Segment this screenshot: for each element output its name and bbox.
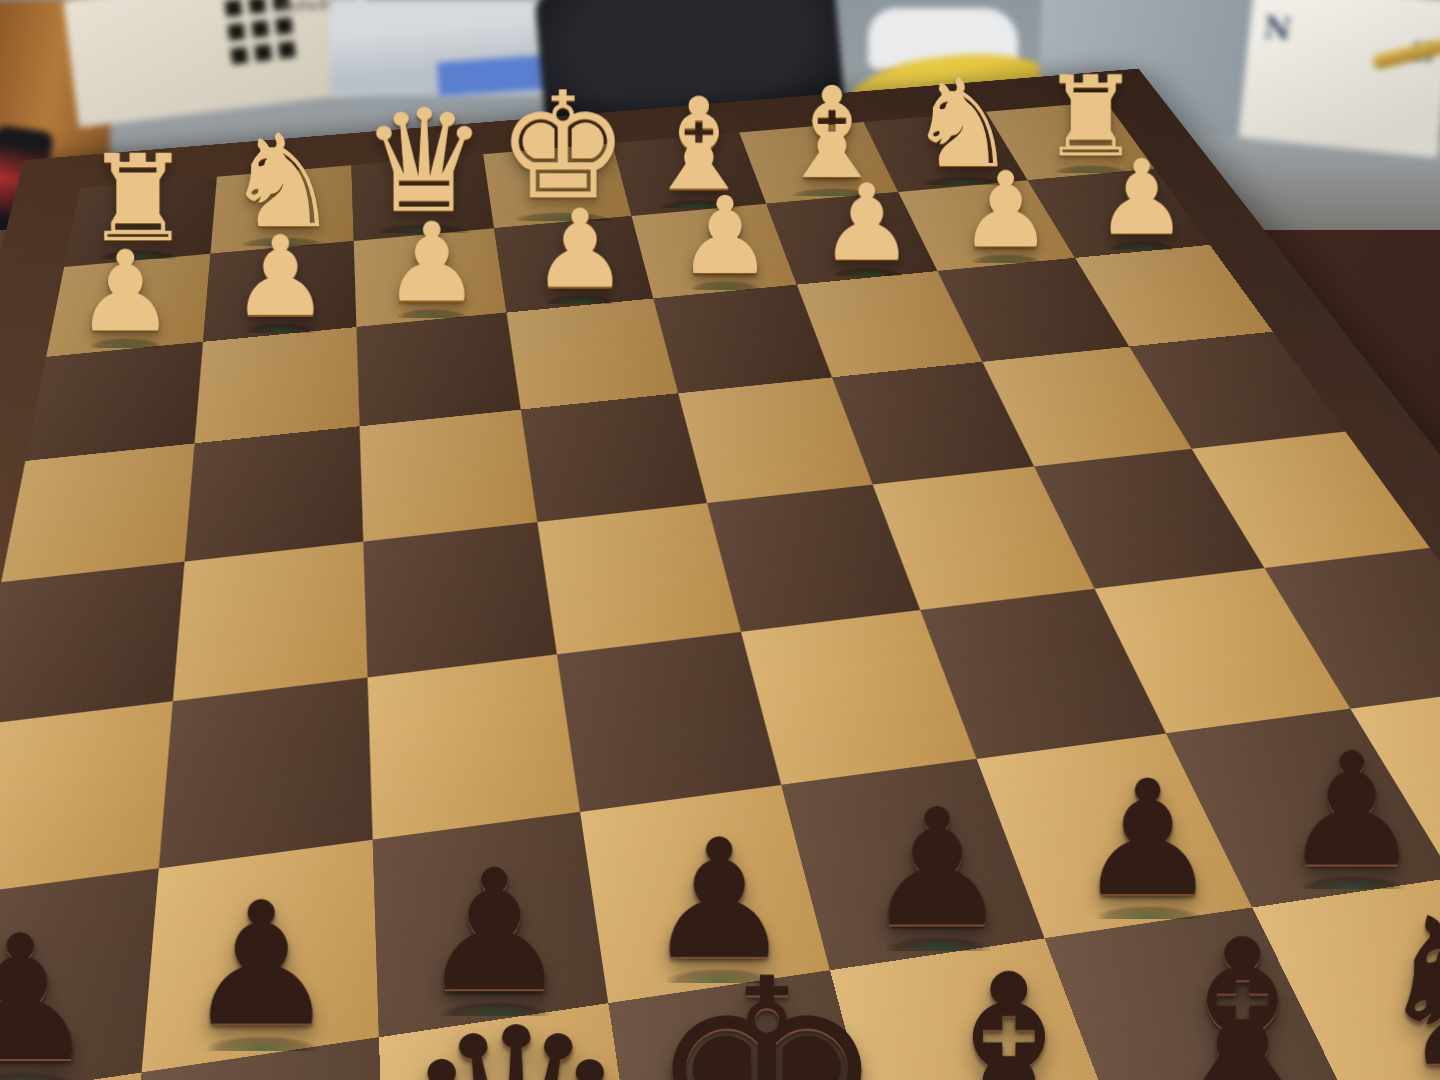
square-f8[interactable]: ♛ [379, 1003, 643, 1080]
black-grid-icon [225, 0, 243, 17]
black-king-e8[interactable]: ♚ [646, 945, 888, 1080]
black-knight-b8[interactable]: ♞ [1370, 881, 1440, 1080]
chess-board-scene: ♜♞♛♚♝♝♞♜♟♟♟♟♟♟♟♟♟♟♟♟♟♟♟♟♜♞♛♚♝♝♞♜ [0, 69, 1440, 1080]
square-d6[interactable] [741, 610, 977, 785]
square-e2[interactable]: ♟ [494, 216, 653, 313]
square-h4[interactable] [1, 443, 194, 582]
white-pawn-f2[interactable]: ♟ [383, 209, 481, 318]
square-g2[interactable]: ♟ [203, 241, 356, 342]
black-knight-g8[interactable]: ♞ [148, 1061, 362, 1080]
square-e8[interactable]: ♚ [608, 970, 890, 1080]
square-c6[interactable] [920, 589, 1166, 759]
square-h7[interactable]: ♟ [0, 868, 159, 1080]
white-pawn-c2[interactable]: ♟ [819, 171, 914, 277]
square-e5[interactable] [537, 503, 741, 654]
square-f4[interactable] [360, 410, 538, 542]
black-bishop-d8[interactable]: ♝ [906, 945, 1112, 1080]
square-f3[interactable] [356, 313, 520, 427]
square-b2[interactable]: ♟ [898, 180, 1075, 271]
square-h2[interactable]: ♟ [46, 254, 210, 357]
white-pawn-a2[interactable]: ♟ [1095, 146, 1188, 250]
square-e3[interactable] [507, 298, 679, 409]
white-pawn-h2[interactable]: ♟ [75, 236, 175, 348]
square-g5[interactable] [173, 542, 368, 702]
white-pawn-b2[interactable]: ♟ [959, 158, 1053, 263]
n-box-label: N [1262, 9, 1293, 47]
square-g6[interactable] [159, 677, 373, 868]
square-d2[interactable]: ♟ [632, 204, 797, 299]
n-box: N II [1238, 0, 1440, 158]
square-g7[interactable]: ♟ [142, 840, 379, 1073]
square-h5[interactable] [0, 562, 185, 726]
square-g4[interactable] [185, 426, 364, 561]
black-bishop-c8[interactable]: ♝ [1141, 910, 1343, 1080]
square-a3[interactable] [1075, 245, 1273, 347]
square-f5[interactable] [363, 522, 557, 677]
white-pawn-e2[interactable]: ♟ [532, 196, 629, 304]
black-pawn-h7[interactable]: ♟ [0, 913, 98, 1080]
white-pawn-d2[interactable]: ♟ [677, 183, 773, 290]
white-pawn-g2[interactable]: ♟ [231, 222, 330, 333]
square-c2[interactable]: ♟ [766, 192, 937, 285]
square-g8[interactable]: ♞ [120, 1037, 386, 1080]
chess-board: ♜♞♛♚♝♝♞♜♟♟♟♟♟♟♟♟♟♟♟♟♟♟♟♟♜♞♛♚♝♝♞♜ [0, 69, 1440, 1080]
square-f2[interactable]: ♟ [354, 228, 507, 327]
square-h6[interactable] [0, 701, 173, 898]
square-d3[interactable] [653, 285, 832, 394]
square-c3[interactable] [797, 271, 982, 377]
black-pawn-g7[interactable]: ♟ [185, 880, 338, 1051]
square-f6[interactable] [368, 654, 581, 839]
black-queen-f8[interactable]: ♛ [399, 995, 633, 1080]
square-h3[interactable] [25, 342, 203, 461]
square-e4[interactable] [521, 393, 707, 522]
square-g3[interactable] [195, 327, 360, 443]
